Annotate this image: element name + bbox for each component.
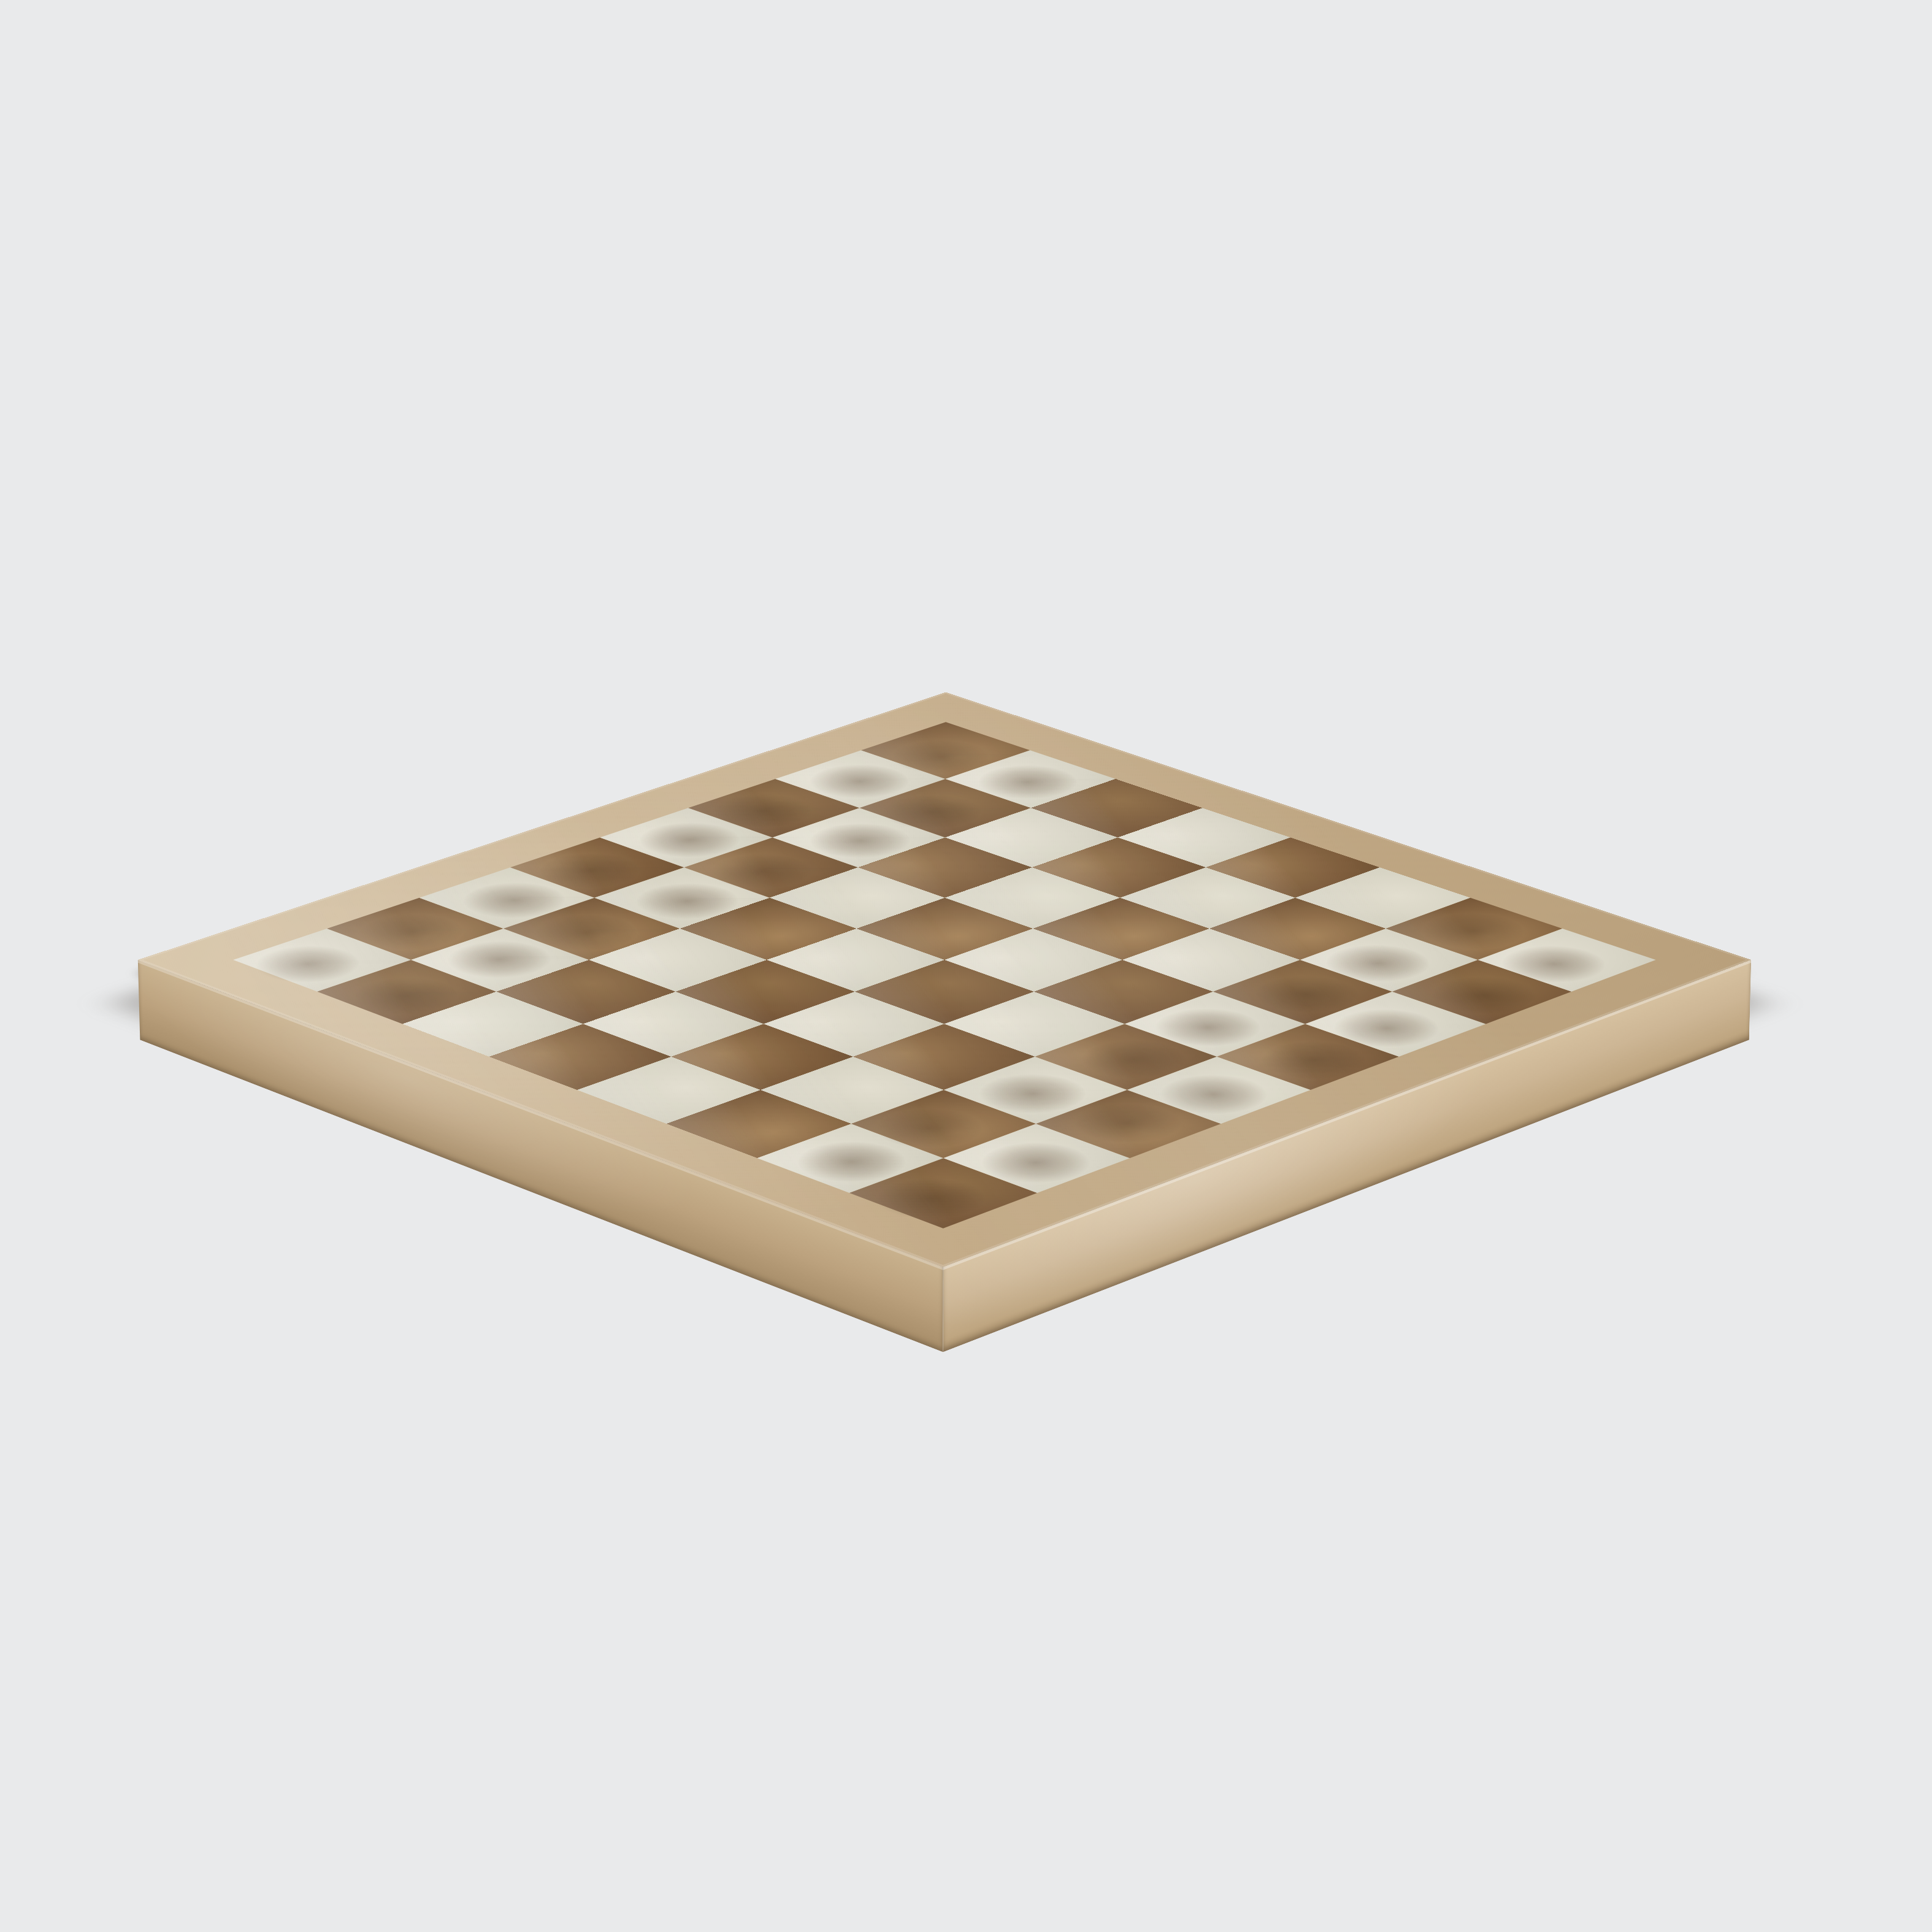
- board-top-surface: ♜♞♝♛♚♝♞♜♟♟♟♟♟♟♟♟♟♟♟♟♟♟♟♟♜♞♝♛♚♝♞♜: [138, 692, 1751, 1267]
- photo-background: ♜♞♝♛♚♝♞♜♟♟♟♟♟♟♟♟♟♟♟♟♟♟♟♟♜♞♝♛♚♝♞♜: [0, 0, 1932, 1932]
- scene: ♜♞♝♛♚♝♞♜♟♟♟♟♟♟♟♟♟♟♟♟♟♟♟♟♜♞♝♛♚♝♞♜: [0, 0, 1932, 1932]
- rook-glyph: ♜: [783, 881, 1085, 1218]
- pawn-glyph: ♟: [297, 760, 521, 1010]
- chess-board: ♜♞♝♛♚♝♞♜♟♟♟♟♟♟♟♟♟♟♟♟♟♟♟♟♜♞♝♛♚♝♞♜: [138, 692, 1751, 1267]
- square-a1: ♜: [849, 1158, 1037, 1229]
